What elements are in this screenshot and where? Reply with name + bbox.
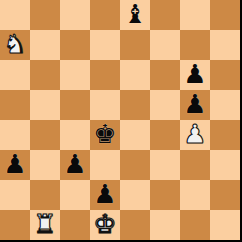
square-c6[interactable] [60,60,90,90]
black-king[interactable]: ♚ [93,120,116,149]
square-d3[interactable] [90,150,120,180]
square-e5[interactable] [120,90,150,120]
square-c1[interactable] [60,210,90,240]
square-a4[interactable] [0,120,30,150]
black-pawn[interactable]: ♟ [3,150,26,179]
square-a7[interactable]: ♞ [0,30,30,60]
black-pawn[interactable]: ♟ [93,180,116,209]
square-h8[interactable] [210,0,240,30]
square-b4[interactable] [30,120,60,150]
square-h7[interactable] [210,30,240,60]
square-a1[interactable] [0,210,30,240]
square-d2[interactable]: ♟ [90,180,120,210]
white-knight[interactable]: ♞ [3,30,26,59]
white-rook[interactable]: ♜ [33,210,56,239]
square-c5[interactable] [60,90,90,120]
square-g7[interactable] [180,30,210,60]
black-pawn[interactable]: ♟ [63,150,86,179]
square-d4[interactable]: ♚ [90,120,120,150]
square-g5[interactable]: ♟ [180,90,210,120]
white-king[interactable]: ♚ [93,210,116,239]
square-f1[interactable] [150,210,180,240]
square-c3[interactable]: ♟ [60,150,90,180]
square-b8[interactable] [30,0,60,30]
chess-board: ♝♞♟♟♚♟♟♟♟♜♚ [0,0,242,242]
square-h5[interactable] [210,90,240,120]
square-d1[interactable]: ♚ [90,210,120,240]
square-e3[interactable] [120,150,150,180]
square-h4[interactable] [210,120,240,150]
square-c4[interactable] [60,120,90,150]
square-f3[interactable] [150,150,180,180]
square-a2[interactable] [0,180,30,210]
square-e6[interactable] [120,60,150,90]
square-a8[interactable] [0,0,30,30]
square-d6[interactable] [90,60,120,90]
black-pawn[interactable]: ♟ [183,90,206,119]
square-e4[interactable] [120,120,150,150]
black-pawn[interactable]: ♟ [183,60,206,89]
square-e1[interactable] [120,210,150,240]
square-g1[interactable] [180,210,210,240]
square-f6[interactable] [150,60,180,90]
square-h3[interactable] [210,150,240,180]
square-g6[interactable]: ♟ [180,60,210,90]
square-g8[interactable] [180,0,210,30]
square-h6[interactable] [210,60,240,90]
square-b6[interactable] [30,60,60,90]
square-b5[interactable] [30,90,60,120]
square-e7[interactable] [120,30,150,60]
square-b2[interactable] [30,180,60,210]
square-h1[interactable] [210,210,240,240]
black-bishop[interactable]: ♝ [123,0,146,29]
square-a6[interactable] [0,60,30,90]
square-b7[interactable] [30,30,60,60]
square-e2[interactable] [120,180,150,210]
square-h2[interactable] [210,180,240,210]
square-e8[interactable]: ♝ [120,0,150,30]
square-d7[interactable] [90,30,120,60]
square-b1[interactable]: ♜ [30,210,60,240]
square-d5[interactable] [90,90,120,120]
square-d8[interactable] [90,0,120,30]
square-f2[interactable] [150,180,180,210]
square-c7[interactable] [60,30,90,60]
square-a3[interactable]: ♟ [0,150,30,180]
square-g2[interactable] [180,180,210,210]
square-g4[interactable]: ♟ [180,120,210,150]
square-g3[interactable] [180,150,210,180]
square-c2[interactable] [60,180,90,210]
square-c8[interactable] [60,0,90,30]
square-f7[interactable] [150,30,180,60]
square-f8[interactable] [150,0,180,30]
square-b3[interactable] [30,150,60,180]
chess-board-window: ♝♞♟♟♚♟♟♟♟♜♚ [0,0,242,242]
square-f4[interactable] [150,120,180,150]
square-f5[interactable] [150,90,180,120]
white-pawn[interactable]: ♟ [183,120,206,149]
square-a5[interactable] [0,90,30,120]
